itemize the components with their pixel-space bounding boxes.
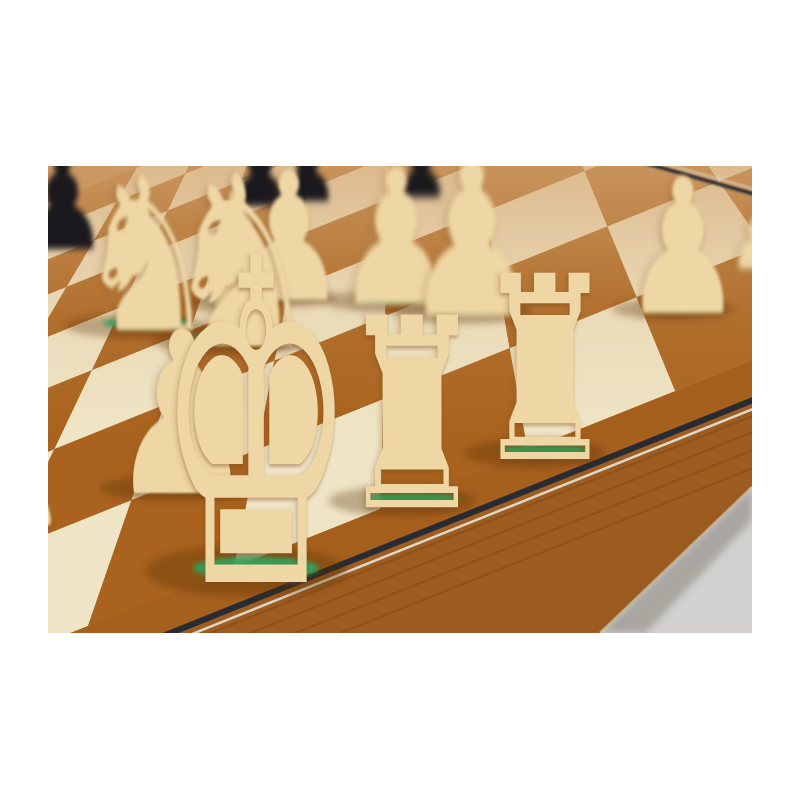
white-rook-right-piece: ♜ (474, 243, 616, 498)
chess-set-photo: ♟♟♟♟♞♞♝♟♟♟♟♟♟♟♚♜♜ (48, 166, 752, 633)
white-king-piece: ♚ (155, 201, 357, 633)
white-rook-left-piece: ♜ (339, 284, 486, 548)
white-piece-partial-left-piece: ♟ (48, 445, 62, 540)
pieces-layer: ♟♟♟♟♞♞♝♟♟♟♟♟♟♟♚♜♜ (48, 166, 752, 633)
page: ♟♟♟♟♞♞♝♟♟♟♟♟♟♟♚♜♜ (0, 0, 800, 800)
white-pawn-right-piece: ♟ (622, 166, 743, 342)
